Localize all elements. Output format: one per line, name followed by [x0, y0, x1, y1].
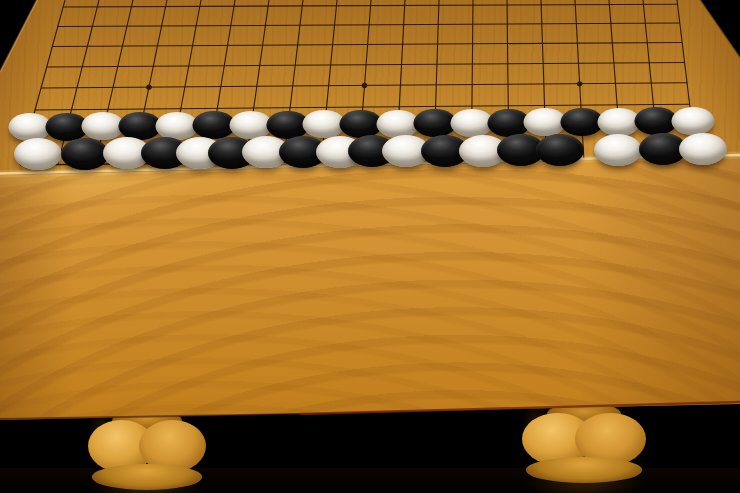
white-stone[interactable] — [594, 134, 642, 166]
white-stone[interactable] — [679, 133, 727, 165]
black-stone[interactable] — [536, 134, 584, 166]
white-stone[interactable] — [14, 138, 62, 170]
goban-photo-scene — [0, 0, 740, 493]
stones-layer — [0, 0, 740, 493]
black-stone[interactable] — [61, 138, 109, 170]
white-stone[interactable] — [671, 107, 714, 135]
